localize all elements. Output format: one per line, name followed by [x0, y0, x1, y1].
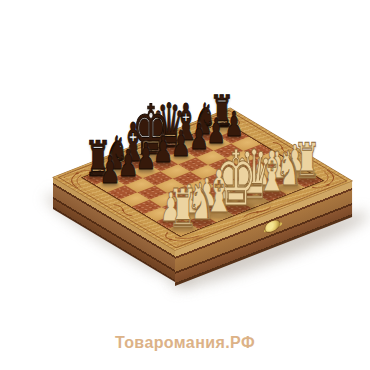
watermark-text: Товаромания.РФ	[0, 334, 370, 352]
brass-latch-icon	[265, 218, 279, 233]
product-photo: ♜♞♝♛♚♝♞♜♟♟♟♟♟♟♟♟♟♟♟♟♟♟♟♟♜♞♝♛♚♝♞♜ Товаром…	[0, 0, 370, 370]
